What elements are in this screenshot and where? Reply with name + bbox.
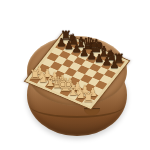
piece-white-rook-h1[interactable]: ♜ [78,91,98,104]
photo-round-chess-set: ♜♞♝♛♚♝♞♜♟♟♟♟♟♟♟♟♟♟♟♟♟♟♟♟♜♞♝♛♚♝♞♜ [0,0,150,150]
piece-black-pawn-h7[interactable]: ♟ [104,59,124,70]
